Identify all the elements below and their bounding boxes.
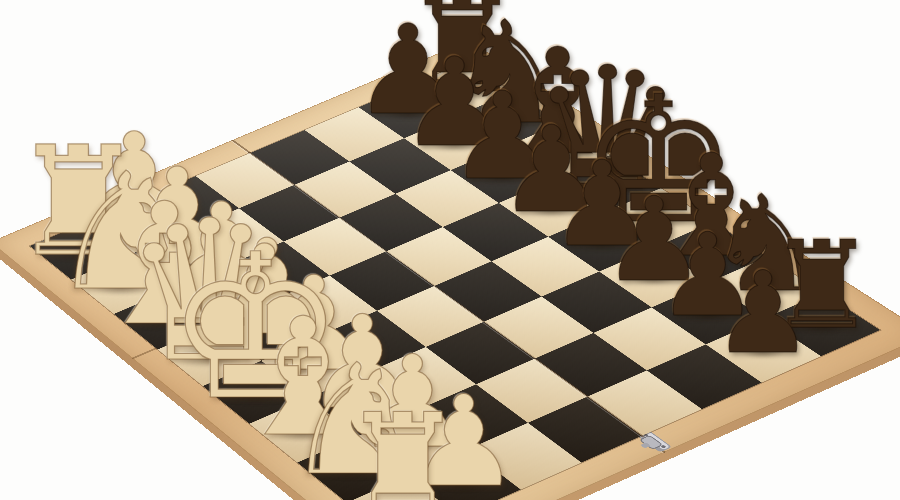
chess-set-photo: ♜♟♞♟♝♟♛♟♚♟♟♜♝♟♟♞♞♟♟♝♜♟♟♛♟♚♟♝♟♞♟♜ [0,0,900,500]
pawn-glyph: ♟ [712,258,813,371]
piece-white-rook[interactable]: ♜ [340,395,465,500]
piece-black-pawn[interactable]: ♟ [712,258,813,371]
rook-glyph: ♜ [340,395,465,500]
